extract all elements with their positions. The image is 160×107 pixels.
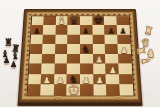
board-ornament-border: ♝♛♚♟♟♟♟♞♟♟♟♟♟♞♟♟♚ <box>21 11 139 100</box>
black-king-f8[interactable]: ♚ <box>93 14 104 25</box>
square-d6[interactable] <box>68 34 80 44</box>
square-g2[interactable] <box>106 74 119 84</box>
square-c8[interactable]: ♝ <box>56 16 68 25</box>
square-g4[interactable] <box>105 53 118 63</box>
square-b2[interactable]: ♟ <box>41 74 54 84</box>
captured-black-pawn: ♟ <box>10 61 17 69</box>
square-c7[interactable] <box>55 25 67 34</box>
white-pawn-g3[interactable]: ♟ <box>108 67 116 75</box>
captured-black-bishop: ♝ <box>1 49 10 59</box>
square-d7[interactable] <box>68 25 80 34</box>
square-f1[interactable] <box>93 84 106 95</box>
square-a3[interactable] <box>28 63 41 73</box>
square-h4[interactable] <box>118 53 131 63</box>
square-b5[interactable] <box>42 44 55 54</box>
square-g3[interactable]: ♟ <box>106 63 119 73</box>
white-pawn-e2[interactable]: ♟ <box>83 77 91 85</box>
square-d1[interactable]: ♚ <box>67 84 80 95</box>
captured-white-rook: ♜ <box>143 25 154 37</box>
captured-black-rook: ♜ <box>10 43 20 54</box>
white-pawn-c2[interactable]: ♟ <box>56 77 64 85</box>
captured-white-knight: ♞ <box>145 47 157 60</box>
square-f6[interactable] <box>92 34 105 44</box>
square-g6[interactable] <box>105 34 118 44</box>
square-c4[interactable] <box>54 53 67 63</box>
square-a8[interactable] <box>31 16 44 25</box>
square-c3[interactable] <box>54 63 67 73</box>
square-f7[interactable] <box>92 25 104 34</box>
black-pawn-a7[interactable]: ♟ <box>33 27 40 34</box>
photo-backdrop: ♝♛♚♟♟♟♟♞♟♟♟♟♟♞♟♟♚ ♜♜♝♝♟♟ ♜♛♜♞♝ <box>0 0 160 107</box>
square-f3[interactable] <box>93 63 106 73</box>
captured-white-bishop: ♝ <box>139 55 151 66</box>
square-e3[interactable] <box>80 63 93 73</box>
captured-black-rook: ♜ <box>4 38 13 48</box>
square-h1[interactable] <box>119 84 133 95</box>
square-a5[interactable] <box>30 44 43 54</box>
square-f5[interactable] <box>92 44 105 54</box>
square-b6[interactable] <box>43 34 56 44</box>
black-pawn-h7[interactable]: ♟ <box>120 27 127 34</box>
white-king-d1[interactable]: ♚ <box>67 83 79 95</box>
captured-white-queen: ♛ <box>140 37 150 48</box>
board-foot-left <box>55 96 61 100</box>
square-h6[interactable] <box>117 34 130 44</box>
square-a1[interactable] <box>27 84 41 95</box>
square-a7[interactable]: ♟ <box>31 25 44 34</box>
square-e8[interactable] <box>80 16 92 25</box>
square-e7[interactable]: ♟ <box>80 25 92 34</box>
white-pawn-b2[interactable]: ♟ <box>43 77 51 85</box>
white-pawn-h5[interactable]: ♟ <box>120 47 128 55</box>
square-g8[interactable] <box>104 16 116 25</box>
square-c5[interactable] <box>55 44 68 54</box>
square-b7[interactable] <box>43 25 56 34</box>
square-h5[interactable]: ♟ <box>117 44 130 54</box>
square-b4[interactable] <box>42 53 55 63</box>
square-d8[interactable]: ♛ <box>68 16 80 25</box>
white-bishop-c8[interactable]: ♝ <box>57 16 67 26</box>
square-h2[interactable] <box>119 74 133 84</box>
captured-black-bishop: ♝ <box>11 51 20 61</box>
square-e1[interactable] <box>80 84 93 95</box>
square-c1[interactable] <box>54 84 67 95</box>
square-h7[interactable]: ♟ <box>117 25 130 34</box>
captured-black-pawn: ♟ <box>3 57 10 65</box>
square-g5[interactable] <box>105 44 118 54</box>
black-queen-d8[interactable]: ♛ <box>68 15 79 26</box>
square-d5[interactable] <box>67 44 80 54</box>
square-f4[interactable]: ♟ <box>93 53 106 63</box>
square-b1[interactable] <box>40 84 54 95</box>
square-b8[interactable] <box>43 16 55 25</box>
square-a6[interactable] <box>30 34 43 44</box>
black-knight-e5[interactable]: ♞ <box>81 44 91 54</box>
chess-board: ♝♛♚♟♟♟♟♞♟♟♟♟♟♞♟♟♚ <box>18 9 143 103</box>
board-foot-right <box>115 96 121 100</box>
square-d4[interactable] <box>67 53 80 63</box>
white-pawn-f2[interactable]: ♟ <box>96 77 104 85</box>
square-b3[interactable] <box>41 63 54 73</box>
square-g7[interactable]: ♟ <box>104 25 117 34</box>
square-h8[interactable] <box>116 16 129 25</box>
square-c2[interactable]: ♟ <box>54 74 67 84</box>
square-c6[interactable] <box>55 34 68 44</box>
black-pawn-g7[interactable]: ♟ <box>107 27 114 34</box>
black-pawn-e7[interactable]: ♟ <box>82 27 89 34</box>
square-a4[interactable] <box>29 53 42 63</box>
square-f2[interactable]: ♟ <box>93 74 106 84</box>
square-e4[interactable] <box>80 53 93 63</box>
square-g1[interactable] <box>106 84 120 95</box>
square-h3[interactable] <box>118 63 131 73</box>
square-e5[interactable]: ♞ <box>80 44 93 54</box>
board-grid: ♝♛♚♟♟♟♟♞♟♟♟♟♟♞♟♟♚ <box>27 16 133 95</box>
white-pawn-f4[interactable]: ♟ <box>95 57 103 65</box>
square-a2[interactable] <box>28 74 42 84</box>
square-f8[interactable]: ♚ <box>92 16 104 25</box>
square-e2[interactable]: ♟ <box>80 74 93 84</box>
